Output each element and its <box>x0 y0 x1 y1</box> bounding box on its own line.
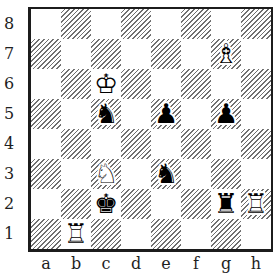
square-f2[interactable] <box>181 189 211 219</box>
square-f5[interactable] <box>181 99 211 129</box>
square-a5[interactable] <box>31 99 61 129</box>
square-d7[interactable] <box>121 39 151 69</box>
piece-glyph: ♘ <box>91 159 121 189</box>
piece-glyph: ♞ <box>91 99 121 129</box>
square-b3[interactable] <box>61 159 91 189</box>
square-c3[interactable]: ♞♘ <box>91 159 121 189</box>
square-f7[interactable] <box>181 39 211 69</box>
square-a6[interactable] <box>31 69 61 99</box>
file-label-b: b <box>61 253 91 275</box>
piece-glyph: ♜ <box>211 189 241 219</box>
square-h7[interactable] <box>241 39 271 69</box>
chess-diagram: 87654321 ♝♗♚♔♞♞♟♟♟♟♞♘♞♞♚♚♜♜♜♖♜♖ abcdefgh <box>0 0 279 279</box>
piece-glyph: ♟ <box>211 99 241 129</box>
square-h4[interactable] <box>241 129 271 159</box>
square-c8[interactable] <box>91 9 121 39</box>
rank-label-5: 5 <box>0 99 18 129</box>
square-h1[interactable] <box>241 219 271 249</box>
file-label-h: h <box>241 253 271 275</box>
square-d2[interactable] <box>121 189 151 219</box>
square-g6[interactable] <box>211 69 241 99</box>
square-d5[interactable] <box>121 99 151 129</box>
file-label-a: a <box>31 253 61 275</box>
square-e3[interactable]: ♞♞ <box>151 159 181 189</box>
piece-glyph: ♖ <box>241 189 271 219</box>
rank-label-6: 6 <box>0 69 18 99</box>
square-f6[interactable] <box>181 69 211 99</box>
square-h6[interactable] <box>241 69 271 99</box>
white-bishop-g7[interactable]: ♝♗ <box>211 39 241 69</box>
rank-label-4: 4 <box>0 129 18 159</box>
square-a1[interactable] <box>31 219 61 249</box>
square-b7[interactable] <box>61 39 91 69</box>
chess-board: ♝♗♚♔♞♞♟♟♟♟♞♘♞♞♚♚♜♜♜♖♜♖ <box>28 7 273 252</box>
rank-label-8: 8 <box>0 9 18 39</box>
piece-glyph: ♖ <box>61 219 91 249</box>
black-rook-g2[interactable]: ♜♜ <box>211 189 241 219</box>
square-f8[interactable] <box>181 9 211 39</box>
white-king-c6[interactable]: ♚♔ <box>91 69 121 99</box>
square-g8[interactable] <box>211 9 241 39</box>
white-knight-c3[interactable]: ♞♘ <box>91 159 121 189</box>
square-g3[interactable] <box>211 159 241 189</box>
square-f1[interactable] <box>181 219 211 249</box>
square-f4[interactable] <box>181 129 211 159</box>
file-label-e: e <box>151 253 181 275</box>
square-c1[interactable] <box>91 219 121 249</box>
square-a4[interactable] <box>31 129 61 159</box>
white-rook-b1[interactable]: ♜♖ <box>61 219 91 249</box>
square-e6[interactable] <box>151 69 181 99</box>
square-c2[interactable]: ♚♚ <box>91 189 121 219</box>
rank-label-2: 2 <box>0 189 18 219</box>
piece-glyph: ♟ <box>151 99 181 129</box>
square-a7[interactable] <box>31 39 61 69</box>
square-a8[interactable] <box>31 9 61 39</box>
square-a2[interactable] <box>31 189 61 219</box>
file-labels: abcdefgh <box>31 253 271 275</box>
square-e2[interactable] <box>151 189 181 219</box>
square-e4[interactable] <box>151 129 181 159</box>
rank-labels: 87654321 <box>0 9 18 249</box>
square-g2[interactable]: ♜♜ <box>211 189 241 219</box>
square-e5[interactable]: ♟♟ <box>151 99 181 129</box>
black-knight-e3[interactable]: ♞♞ <box>151 159 181 189</box>
square-g4[interactable] <box>211 129 241 159</box>
file-label-d: d <box>121 253 151 275</box>
square-b1[interactable]: ♜♖ <box>61 219 91 249</box>
square-g1[interactable] <box>211 219 241 249</box>
piece-glyph: ♔ <box>91 69 121 99</box>
file-label-g: g <box>211 253 241 275</box>
square-d6[interactable] <box>121 69 151 99</box>
file-label-c: c <box>91 253 121 275</box>
square-c7[interactable] <box>91 39 121 69</box>
square-b8[interactable] <box>61 9 91 39</box>
square-b2[interactable] <box>61 189 91 219</box>
rank-label-1: 1 <box>0 219 18 249</box>
black-pawn-e5[interactable]: ♟♟ <box>151 99 181 129</box>
piece-glyph: ♞ <box>151 159 181 189</box>
square-b6[interactable] <box>61 69 91 99</box>
white-rook-h2[interactable]: ♜♖ <box>241 189 271 219</box>
black-knight-c5[interactable]: ♞♞ <box>91 99 121 129</box>
piece-glyph: ♗ <box>211 39 241 69</box>
square-e8[interactable] <box>151 9 181 39</box>
square-d8[interactable] <box>121 9 151 39</box>
square-b4[interactable] <box>61 129 91 159</box>
square-h5[interactable] <box>241 99 271 129</box>
square-h3[interactable] <box>241 159 271 189</box>
square-b5[interactable] <box>61 99 91 129</box>
black-pawn-g5[interactable]: ♟♟ <box>211 99 241 129</box>
square-c6[interactable]: ♚♔ <box>91 69 121 99</box>
square-c5[interactable]: ♞♞ <box>91 99 121 129</box>
square-g7[interactable]: ♝♗ <box>211 39 241 69</box>
square-g5[interactable]: ♟♟ <box>211 99 241 129</box>
square-d4[interactable] <box>121 129 151 159</box>
square-h8[interactable] <box>241 9 271 39</box>
piece-glyph: ♚ <box>91 189 121 219</box>
black-king-c2[interactable]: ♚♚ <box>91 189 121 219</box>
square-h2[interactable]: ♜♖ <box>241 189 271 219</box>
square-d1[interactable] <box>121 219 151 249</box>
rank-label-7: 7 <box>0 39 18 69</box>
square-c4[interactable] <box>91 129 121 159</box>
square-e7[interactable] <box>151 39 181 69</box>
file-label-f: f <box>181 253 211 275</box>
square-f3[interactable] <box>181 159 211 189</box>
square-e1[interactable] <box>151 219 181 249</box>
square-d3[interactable] <box>121 159 151 189</box>
rank-label-3: 3 <box>0 159 18 189</box>
square-a3[interactable] <box>31 159 61 189</box>
